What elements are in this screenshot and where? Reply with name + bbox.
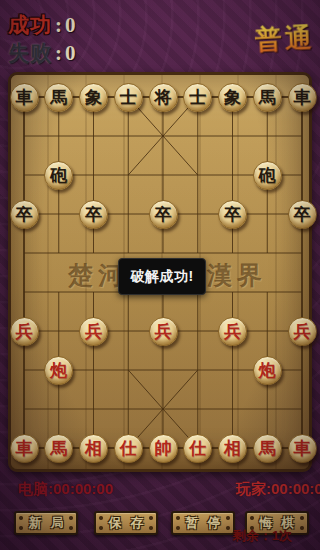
- piece-red-仕[interactable]: 仕: [114, 434, 143, 463]
- river-label-right: 漢界: [207, 259, 267, 292]
- piece-red-炮[interactable]: 炮: [44, 356, 73, 385]
- fail-colon: :: [55, 41, 62, 65]
- piece-black-車[interactable]: 車: [288, 83, 317, 112]
- difficulty-badge[interactable]: 普通: [254, 19, 316, 58]
- piece-red-兵[interactable]: 兵: [79, 317, 108, 346]
- success-counter: 成功:0: [8, 11, 76, 39]
- dialog-message: 破解成功!: [130, 268, 193, 286]
- piece-red-帥[interactable]: 帥: [149, 434, 178, 463]
- piece-red-車[interactable]: 車: [10, 434, 39, 463]
- game-screen: 成功:0 失败:0 普通 楚河 漢界 車馬象士将士象馬車砲砲卒卒卒卒卒兵兵兵兵兵…: [0, 0, 320, 550]
- piece-red-兵[interactable]: 兵: [218, 317, 247, 346]
- piece-red-仕[interactable]: 仕: [183, 434, 212, 463]
- piece-black-象[interactable]: 象: [79, 83, 108, 112]
- undo-remaining-label: 剩余：1次: [233, 527, 292, 545]
- success-value: 0: [65, 13, 76, 37]
- piece-black-砲[interactable]: 砲: [44, 161, 73, 190]
- fail-label: 失败: [8, 41, 52, 65]
- piece-red-兵[interactable]: 兵: [149, 317, 178, 346]
- piece-black-象[interactable]: 象: [218, 83, 247, 112]
- piece-black-卒[interactable]: 卒: [288, 200, 317, 229]
- piece-red-兵[interactable]: 兵: [288, 317, 317, 346]
- computer-timer: 电脑:00:00:00: [18, 480, 113, 499]
- success-label: 成功: [8, 13, 52, 37]
- piece-red-馬[interactable]: 馬: [44, 434, 73, 463]
- piece-black-卒[interactable]: 卒: [10, 200, 39, 229]
- piece-black-砲[interactable]: 砲: [253, 161, 282, 190]
- fail-counter: 失败:0: [8, 39, 76, 67]
- save-button[interactable]: 保存: [94, 511, 158, 535]
- fail-value: 0: [65, 41, 76, 65]
- piece-red-馬[interactable]: 馬: [253, 434, 282, 463]
- piece-red-炮[interactable]: 炮: [253, 356, 282, 385]
- piece-red-相[interactable]: 相: [218, 434, 247, 463]
- success-colon: :: [55, 13, 62, 37]
- piece-black-将[interactable]: 将: [149, 83, 178, 112]
- new-game-button[interactable]: 新局: [14, 511, 78, 535]
- pause-button[interactable]: 暂停: [171, 511, 235, 535]
- piece-red-相[interactable]: 相: [79, 434, 108, 463]
- piece-black-士[interactable]: 士: [183, 83, 212, 112]
- piece-black-卒[interactable]: 卒: [79, 200, 108, 229]
- piece-red-兵[interactable]: 兵: [10, 317, 39, 346]
- piece-black-馬[interactable]: 馬: [44, 83, 73, 112]
- success-dialog[interactable]: 破解成功!: [118, 258, 206, 295]
- piece-red-車[interactable]: 車: [288, 434, 317, 463]
- piece-black-卒[interactable]: 卒: [218, 200, 247, 229]
- piece-black-馬[interactable]: 馬: [253, 83, 282, 112]
- piece-black-卒[interactable]: 卒: [149, 200, 178, 229]
- player-timer: 玩家:00:00:00: [236, 480, 320, 499]
- piece-black-士[interactable]: 士: [114, 83, 143, 112]
- piece-black-車[interactable]: 車: [10, 83, 39, 112]
